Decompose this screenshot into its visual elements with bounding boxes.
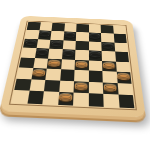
- black-checker[interactable]: ⛂: [38, 29, 51, 39]
- square-r5c6[interactable]: [88, 60, 102, 71]
- wood-checker[interactable]: ⛂: [102, 59, 115, 71]
- square-r5c5[interactable]: ⛂: [75, 60, 89, 71]
- square-r7c3[interactable]: [44, 80, 60, 92]
- square-r7c6[interactable]: [88, 81, 103, 93]
- square-r6c3[interactable]: [45, 69, 60, 81]
- black-checker[interactable]: ⛂: [24, 37, 38, 48]
- square-r4c8[interactable]: [115, 51, 129, 61]
- board-perspective-wrapper: ⛂⛂⛂⛂⛂⛂⛂⛂⛂⛂⛂⛂⛂⛂⛂⛂⛂: [0, 16, 146, 118]
- wood-checker[interactable]: ⛂: [47, 57, 61, 69]
- black-checker[interactable]: ⛂: [35, 47, 49, 58]
- square-r2c4[interactable]: ⛂: [63, 31, 76, 40]
- square-r8c7[interactable]: [103, 94, 119, 107]
- square-r3c7[interactable]: ⛂: [101, 42, 114, 52]
- square-r3c3[interactable]: ⛂: [49, 39, 63, 49]
- square-r4c6[interactable]: ⛂: [88, 50, 101, 60]
- photo-background: ⛂⛂⛂⛂⛂⛂⛂⛂⛂⛂⛂⛂⛂⛂⛂⛂⛂: [0, 0, 150, 150]
- black-checker[interactable]: ⛂: [62, 48, 75, 59]
- square-r6c4[interactable]: [60, 69, 75, 81]
- wood-checker[interactable]: ⛂: [75, 58, 88, 70]
- square-r7c5[interactable]: ⛂: [74, 81, 89, 93]
- square-r5c4[interactable]: [61, 59, 75, 70]
- square-r5c7[interactable]: ⛂: [102, 61, 116, 72]
- square-r8c5[interactable]: [73, 93, 88, 106]
- square-r8c4[interactable]: ⛂: [58, 92, 74, 105]
- square-r4c4[interactable]: ⛂: [62, 49, 76, 59]
- wood-checker[interactable]: ⛂: [58, 90, 73, 104]
- black-checker[interactable]: ⛂: [64, 30, 76, 40]
- square-r7c2[interactable]: [29, 79, 45, 91]
- black-checker[interactable]: ⛂: [89, 31, 101, 41]
- wood-checker[interactable]: ⛂: [117, 70, 131, 83]
- square-r8c8[interactable]: [118, 94, 134, 107]
- black-checker[interactable]: ⛂: [102, 40, 115, 51]
- wood-checker[interactable]: ⛂: [103, 80, 117, 94]
- square-r8c2[interactable]: [27, 91, 44, 104]
- checkers-board: ⛂⛂⛂⛂⛂⛂⛂⛂⛂⛂⛂⛂⛂⛂⛂⛂⛂: [12, 22, 135, 108]
- black-checker[interactable]: ⛂: [89, 49, 102, 60]
- square-r8c6[interactable]: [88, 93, 103, 106]
- square-r5c3[interactable]: ⛂: [47, 58, 62, 69]
- square-r4c2[interactable]: ⛂: [35, 48, 50, 58]
- square-r3c1[interactable]: ⛂: [23, 38, 38, 48]
- square-r2c2[interactable]: ⛂: [38, 30, 52, 39]
- square-r6c2[interactable]: ⛂: [31, 68, 47, 80]
- square-r2c6[interactable]: ⛂: [89, 32, 102, 41]
- square-r8c3[interactable]: [42, 91, 58, 104]
- board-frame: ⛂⛂⛂⛂⛂⛂⛂⛂⛂⛂⛂⛂⛂⛂⛂⛂⛂: [0, 16, 146, 118]
- square-r7c8[interactable]: [117, 83, 133, 95]
- square-r6c6[interactable]: [88, 70, 102, 82]
- black-checker[interactable]: ⛂: [50, 38, 63, 49]
- wood-checker[interactable]: ⛂: [32, 66, 47, 79]
- wood-checker[interactable]: ⛂: [74, 79, 88, 93]
- board-inlay-groove: ⛂⛂⛂⛂⛂⛂⛂⛂⛂⛂⛂⛂⛂⛂⛂⛂⛂: [9, 20, 137, 109]
- square-r7c7[interactable]: ⛂: [103, 82, 118, 94]
- square-r6c8[interactable]: ⛂: [116, 72, 131, 84]
